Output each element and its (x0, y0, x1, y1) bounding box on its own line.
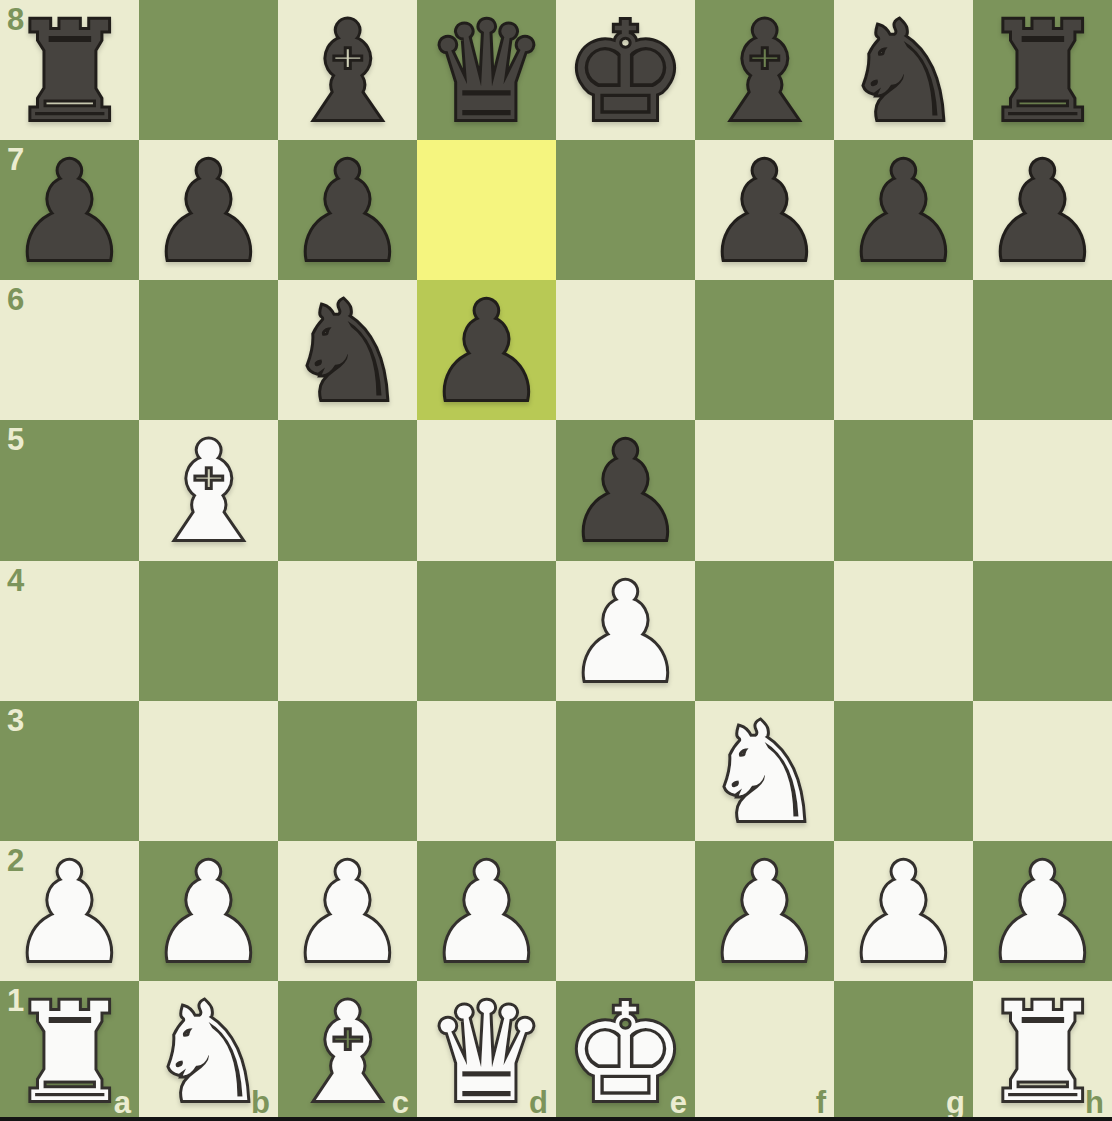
bottom-edge-strip (0, 1117, 1112, 1121)
square-c5[interactable] (278, 420, 417, 560)
square-a5[interactable]: 5 (0, 420, 139, 560)
square-e3[interactable] (556, 701, 695, 841)
white-pawn[interactable]: ♟ (426, 845, 548, 981)
white-bishop[interactable]: ♝ (148, 424, 270, 560)
square-f1[interactable]: f (695, 981, 834, 1121)
white-pawn[interactable]: ♟ (148, 845, 270, 981)
white-rook[interactable]: ♜ (9, 985, 131, 1121)
square-d1[interactable]: d♛ (417, 981, 556, 1121)
square-b7[interactable]: ♟ (139, 140, 278, 280)
white-king[interactable]: ♚ (565, 985, 687, 1121)
square-d6[interactable]: ♟ (417, 280, 556, 420)
square-h2[interactable]: ♟ (973, 841, 1112, 981)
square-f4[interactable] (695, 561, 834, 701)
square-c8[interactable]: ♝ (278, 0, 417, 140)
square-a3[interactable]: 3 (0, 701, 139, 841)
square-d3[interactable] (417, 701, 556, 841)
square-b3[interactable] (139, 701, 278, 841)
white-knight[interactable]: ♞ (704, 705, 826, 841)
black-knight[interactable]: ♞ (287, 284, 409, 420)
white-pawn[interactable]: ♟ (9, 845, 131, 981)
rank-label-6: 6 (7, 284, 24, 315)
square-f6[interactable] (695, 280, 834, 420)
square-e1[interactable]: e♚ (556, 981, 695, 1121)
square-b1[interactable]: b♞ (139, 981, 278, 1121)
black-pawn[interactable]: ♟ (704, 144, 826, 280)
square-h7[interactable]: ♟ (973, 140, 1112, 280)
black-bishop[interactable]: ♝ (704, 4, 826, 140)
square-h5[interactable] (973, 420, 1112, 560)
square-h4[interactable] (973, 561, 1112, 701)
square-g8[interactable]: ♞ (834, 0, 973, 140)
white-rook[interactable]: ♜ (982, 985, 1104, 1121)
square-f3[interactable]: ♞ (695, 701, 834, 841)
black-pawn[interactable]: ♟ (843, 144, 965, 280)
square-c7[interactable]: ♟ (278, 140, 417, 280)
black-rook[interactable]: ♜ (982, 4, 1104, 140)
square-f5[interactable] (695, 420, 834, 560)
square-b5[interactable]: ♝ (139, 420, 278, 560)
square-g6[interactable] (834, 280, 973, 420)
white-pawn[interactable]: ♟ (704, 845, 826, 981)
square-d5[interactable] (417, 420, 556, 560)
black-pawn[interactable]: ♟ (148, 144, 270, 280)
rank-label-3: 3 (7, 705, 24, 736)
black-pawn[interactable]: ♟ (287, 144, 409, 280)
black-king[interactable]: ♚ (565, 4, 687, 140)
file-label-g: g (946, 1087, 965, 1118)
square-c4[interactable] (278, 561, 417, 701)
square-f8[interactable]: ♝ (695, 0, 834, 140)
black-pawn[interactable]: ♟ (9, 144, 131, 280)
square-e2[interactable] (556, 841, 695, 981)
square-d7[interactable] (417, 140, 556, 280)
square-a6[interactable]: 6 (0, 280, 139, 420)
square-a1[interactable]: 1a♜ (0, 981, 139, 1121)
square-b8[interactable] (139, 0, 278, 140)
square-g1[interactable]: g (834, 981, 973, 1121)
white-knight[interactable]: ♞ (148, 985, 270, 1121)
square-e7[interactable] (556, 140, 695, 280)
black-pawn[interactable]: ♟ (565, 424, 687, 560)
chess-board: 8♜♝♛♚♝♞♜7♟♟♟♟♟♟6♞♟5♝♟4♟3♞2♟♟♟♟♟♟♟1a♜b♞c♝… (0, 0, 1112, 1121)
square-a8[interactable]: 8♜ (0, 0, 139, 140)
square-c3[interactable] (278, 701, 417, 841)
square-b6[interactable] (139, 280, 278, 420)
black-queen[interactable]: ♛ (426, 4, 548, 140)
black-pawn[interactable]: ♟ (426, 284, 548, 420)
square-g3[interactable] (834, 701, 973, 841)
square-a4[interactable]: 4 (0, 561, 139, 701)
square-f7[interactable]: ♟ (695, 140, 834, 280)
square-h1[interactable]: h♜ (973, 981, 1112, 1121)
square-g7[interactable]: ♟ (834, 140, 973, 280)
square-c1[interactable]: c♝ (278, 981, 417, 1121)
chess-board-container: 8♜♝♛♚♝♞♜7♟♟♟♟♟♟6♞♟5♝♟4♟3♞2♟♟♟♟♟♟♟1a♜b♞c♝… (0, 0, 1112, 1121)
rank-label-4: 4 (7, 565, 24, 596)
square-g4[interactable] (834, 561, 973, 701)
rank-label-5: 5 (7, 424, 24, 455)
square-h8[interactable]: ♜ (973, 0, 1112, 140)
white-bishop[interactable]: ♝ (287, 985, 409, 1121)
white-queen[interactable]: ♛ (426, 985, 548, 1121)
square-e5[interactable]: ♟ (556, 420, 695, 560)
square-a7[interactable]: 7♟ (0, 140, 139, 280)
white-pawn[interactable]: ♟ (565, 565, 687, 701)
file-label-f: f (816, 1087, 826, 1118)
square-a2[interactable]: 2♟ (0, 841, 139, 981)
square-d8[interactable]: ♛ (417, 0, 556, 140)
white-pawn[interactable]: ♟ (287, 845, 409, 981)
white-pawn[interactable]: ♟ (982, 845, 1104, 981)
square-e8[interactable]: ♚ (556, 0, 695, 140)
black-bishop[interactable]: ♝ (287, 4, 409, 140)
square-c2[interactable]: ♟ (278, 841, 417, 981)
square-d4[interactable] (417, 561, 556, 701)
square-b4[interactable] (139, 561, 278, 701)
black-rook[interactable]: ♜ (9, 4, 131, 140)
square-h6[interactable] (973, 280, 1112, 420)
square-g5[interactable] (834, 420, 973, 560)
square-f2[interactable]: ♟ (695, 841, 834, 981)
black-pawn[interactable]: ♟ (982, 144, 1104, 280)
square-b2[interactable]: ♟ (139, 841, 278, 981)
square-g2[interactable]: ♟ (834, 841, 973, 981)
square-c6[interactable]: ♞ (278, 280, 417, 420)
square-e6[interactable] (556, 280, 695, 420)
white-pawn[interactable]: ♟ (843, 845, 965, 981)
black-knight[interactable]: ♞ (843, 4, 965, 140)
square-e4[interactable]: ♟ (556, 561, 695, 701)
square-h3[interactable] (973, 701, 1112, 841)
square-d2[interactable]: ♟ (417, 841, 556, 981)
